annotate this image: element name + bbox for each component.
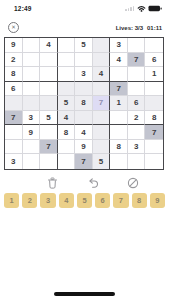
lives-and-timer: Lives: 3/3 01:11 <box>116 25 162 31</box>
cell-r7c1[interactable] <box>5 125 23 140</box>
cell-r5c8[interactable]: 6 <box>128 96 146 111</box>
erase-button[interactable] <box>126 176 139 189</box>
cell-r2c5[interactable] <box>75 53 93 68</box>
cell-r6c5[interactable] <box>75 111 93 126</box>
battery-icon <box>148 5 162 12</box>
clock-time: 12:49 <box>14 5 32 12</box>
cell-r1c6[interactable] <box>93 38 111 53</box>
cell-r8c5[interactable]: 9 <box>75 140 93 155</box>
cell-r5c7[interactable]: 1 <box>110 96 128 111</box>
close-button[interactable]: ✕ <box>8 22 19 33</box>
cell-r3c2[interactable] <box>23 67 41 82</box>
cell-r5c5[interactable]: 8 <box>75 96 93 111</box>
numpad-key-9[interactable]: 9 <box>150 193 165 208</box>
cell-r6c9[interactable]: 8 <box>145 111 163 126</box>
cell-r9c8[interactable] <box>128 154 146 169</box>
cell-r7c4[interactable]: 8 <box>58 125 76 140</box>
cell-r1c3[interactable]: 4 <box>40 38 58 53</box>
cell-r6c6[interactable] <box>93 111 111 126</box>
cell-r2c2[interactable] <box>23 53 41 68</box>
cell-r3c6[interactable]: 4 <box>93 67 111 82</box>
cell-r9c1[interactable]: 3 <box>5 154 23 169</box>
cell-r6c7[interactable] <box>110 111 128 126</box>
cell-r8c9[interactable] <box>145 140 163 155</box>
delete-button[interactable] <box>46 176 59 189</box>
cell-r3c9[interactable]: 1 <box>145 67 163 82</box>
cell-r8c8[interactable]: 3 <box>128 140 146 155</box>
cell-r4c5[interactable] <box>75 82 93 97</box>
cell-r9c5[interactable]: 7 <box>75 154 93 169</box>
numpad-key-1[interactable]: 1 <box>4 193 19 208</box>
cell-r4c7[interactable]: 7 <box>110 82 128 97</box>
status-bar: 12:49 <box>0 0 169 14</box>
cell-r8c6[interactable] <box>93 140 111 155</box>
numpad-key-3[interactable]: 3 <box>40 193 55 208</box>
cell-r6c3[interactable]: 5 <box>40 111 58 126</box>
cell-r8c7[interactable]: 8 <box>110 140 128 155</box>
cell-r7c6[interactable] <box>93 125 111 140</box>
cell-r4c4[interactable] <box>58 82 76 97</box>
numpad-key-7[interactable]: 7 <box>113 193 128 208</box>
cell-r9c7[interactable] <box>110 154 128 169</box>
cell-r1c4[interactable] <box>58 38 76 53</box>
undo-icon <box>87 177 99 188</box>
cell-r3c3[interactable] <box>40 67 58 82</box>
home-indicator[interactable] <box>54 292 115 296</box>
cell-r4c6[interactable] <box>93 82 111 97</box>
numpad-key-5[interactable]: 5 <box>77 193 92 208</box>
cell-r8c4[interactable] <box>58 140 76 155</box>
cell-r5c1[interactable] <box>5 96 23 111</box>
cell-r6c4[interactable]: 4 <box>58 111 76 126</box>
cell-r6c1[interactable]: 7 <box>5 111 23 126</box>
cell-r2c3[interactable] <box>40 53 58 68</box>
cell-r9c4[interactable] <box>58 154 76 169</box>
cell-r4c8[interactable] <box>128 82 146 97</box>
cell-r2c9[interactable]: 6 <box>145 53 163 68</box>
sudoku-board: 945324768341675871673542898477983375 <box>4 37 164 170</box>
toolbar <box>0 175 169 190</box>
cell-r1c1[interactable]: 9 <box>5 38 23 53</box>
cell-r4c3[interactable] <box>40 82 58 97</box>
no-sign-icon <box>127 177 139 189</box>
game-header: ✕ Lives: 3/3 01:11 <box>0 20 169 35</box>
cell-r7c5[interactable]: 4 <box>75 125 93 140</box>
cell-r1c8[interactable] <box>128 38 146 53</box>
cell-r7c7[interactable] <box>110 125 128 140</box>
cell-r2c6[interactable] <box>93 53 111 68</box>
cellular-signal-icon <box>125 5 134 11</box>
cell-r3c1[interactable]: 8 <box>5 67 23 82</box>
status-icons <box>125 5 162 12</box>
numpad-key-2[interactable]: 2 <box>22 193 37 208</box>
cell-r9c9[interactable] <box>145 154 163 169</box>
cell-r1c5[interactable]: 5 <box>75 38 93 53</box>
cell-r2c7[interactable]: 4 <box>110 53 128 68</box>
undo-button[interactable] <box>86 176 99 189</box>
cell-r8c1[interactable] <box>5 140 23 155</box>
cell-r2c4[interactable] <box>58 53 76 68</box>
cell-r5c2[interactable] <box>23 96 41 111</box>
wifi-icon <box>137 5 146 12</box>
numpad-key-6[interactable]: 6 <box>95 193 110 208</box>
cell-r9c2[interactable] <box>23 154 41 169</box>
cell-r8c2[interactable] <box>23 140 41 155</box>
cell-r1c2[interactable] <box>23 38 41 53</box>
cell-r4c9[interactable] <box>145 82 163 97</box>
cell-r7c3[interactable] <box>40 125 58 140</box>
cell-r4c1[interactable]: 6 <box>5 82 23 97</box>
timer: 01:11 <box>147 25 162 31</box>
cell-r9c3[interactable] <box>40 154 58 169</box>
numpad-key-4[interactable]: 4 <box>59 193 74 208</box>
cell-r7c9[interactable]: 7 <box>145 125 163 140</box>
cell-r6c8[interactable]: 2 <box>128 111 146 126</box>
cell-r3c5[interactable]: 3 <box>75 67 93 82</box>
cell-r5c9[interactable] <box>145 96 163 111</box>
cell-r6c2[interactable]: 3 <box>23 111 41 126</box>
cell-r7c8[interactable] <box>128 125 146 140</box>
cell-r2c8[interactable]: 7 <box>128 53 146 68</box>
cell-r2c1[interactable]: 2 <box>5 53 23 68</box>
cell-r4c2[interactable] <box>23 82 41 97</box>
cell-r5c4[interactable]: 5 <box>58 96 76 111</box>
cell-r3c7[interactable] <box>110 67 128 82</box>
cell-r1c7[interactable]: 3 <box>110 38 128 53</box>
numpad-key-8[interactable]: 8 <box>132 193 147 208</box>
trash-icon <box>47 177 58 189</box>
cell-r5c3[interactable] <box>40 96 58 111</box>
cell-r3c4[interactable] <box>58 67 76 82</box>
cell-r9c6[interactable]: 5 <box>93 154 111 169</box>
cell-r3c8[interactable] <box>128 67 146 82</box>
cell-r1c9[interactable] <box>145 38 163 53</box>
lives-counter: Lives: 3/3 <box>116 25 143 31</box>
cell-r8c3[interactable]: 7 <box>40 140 58 155</box>
cell-r5c6[interactable]: 7 <box>93 96 111 111</box>
number-pad: 123456789 <box>4 193 165 208</box>
cell-r7c2[interactable]: 9 <box>23 125 41 140</box>
